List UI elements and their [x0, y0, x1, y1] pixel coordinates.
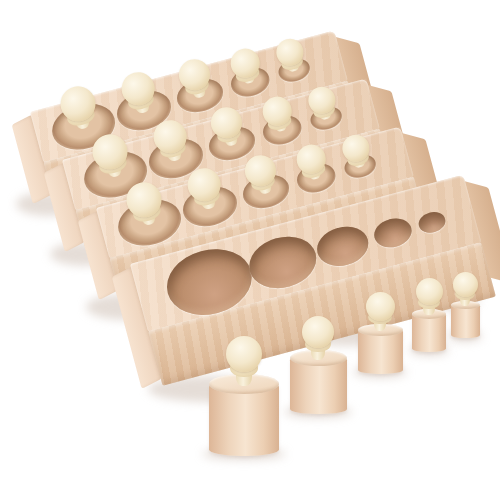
loose-cylinder-1 [209, 326, 279, 456]
loose-cylinder-5 [451, 267, 480, 338]
product-photo-scene [0, 0, 500, 500]
knob-ball [416, 278, 443, 305]
cylinder-body [209, 384, 279, 456]
loose-cylinder-2 [290, 307, 347, 414]
cylinder-body [290, 358, 347, 414]
loose-cylinder-3 [358, 285, 403, 374]
knob-ball [453, 272, 478, 297]
cylinder-body [358, 330, 403, 374]
cylinder-body [412, 314, 446, 352]
knob-ball [366, 292, 395, 321]
loose-cylinder-4 [412, 273, 446, 352]
knob-ball [302, 316, 334, 348]
cylinder-body [451, 305, 480, 338]
